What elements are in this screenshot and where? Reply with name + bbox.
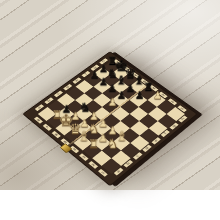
coord-label: c: [133, 152, 143, 160]
piece-black-rook[interactable]: ♜: [143, 83, 153, 94]
piece-black-pawn[interactable]: ♟: [135, 90, 144, 100]
piece-black-pawn[interactable]: ♟: [117, 90, 126, 100]
coord-label: h: [178, 115, 187, 122]
coord-label: d: [142, 145, 151, 153]
square-e3[interactable]: [121, 114, 140, 128]
piece-white-pawn[interactable]: ♟: [107, 97, 116, 107]
product-photo: abcdefgh abcdefgh 87654321 87654321 ♟♟♜♜…: [0, 0, 220, 220]
coord-label: f: [161, 130, 170, 137]
letterbox-bottom: [0, 190, 220, 220]
piece-black-pawn[interactable]: ♟: [107, 84, 116, 94]
piece-white-pawn[interactable]: ♟: [98, 118, 108, 129]
piece-white-knight[interactable]: ♞: [106, 138, 118, 151]
piece-black-pawn[interactable]: ♟: [90, 70, 99, 80]
piece-white-pawn[interactable]: ♟: [153, 90, 162, 100]
piece-black-pawn[interactable]: ♟: [125, 84, 134, 94]
coord-label: 8: [34, 117, 43, 124]
coord-label: e: [152, 137, 161, 144]
coord-label: g: [170, 123, 179, 130]
piece-black-pawn[interactable]: ♟: [99, 77, 108, 87]
piece-white-rook[interactable]: ♜: [88, 139, 99, 151]
